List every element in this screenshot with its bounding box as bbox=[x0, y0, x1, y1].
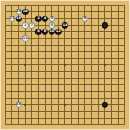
board-intersection[interactable]: 17 bbox=[9, 15, 16, 22]
board-intersection[interactable] bbox=[48, 42, 55, 49]
board-intersection[interactable] bbox=[35, 82, 42, 89]
board-intersection[interactable] bbox=[42, 101, 49, 108]
board-intersection[interactable] bbox=[108, 35, 115, 42]
board-intersection[interactable] bbox=[9, 75, 16, 82]
board-intersection[interactable] bbox=[2, 55, 9, 62]
board-intersection[interactable] bbox=[9, 2, 16, 9]
board-intersection[interactable] bbox=[121, 75, 128, 82]
board-intersection[interactable] bbox=[82, 121, 89, 128]
board-intersection[interactable] bbox=[82, 108, 89, 115]
board-intersection[interactable] bbox=[35, 95, 42, 102]
board-intersection[interactable] bbox=[95, 75, 102, 82]
board-intersection[interactable] bbox=[35, 88, 42, 95]
board-intersection[interactable] bbox=[48, 88, 55, 95]
board-intersection[interactable] bbox=[68, 95, 75, 102]
board-intersection[interactable] bbox=[15, 115, 22, 122]
board-intersection[interactable]: 18 bbox=[15, 15, 22, 22]
board-intersection[interactable] bbox=[115, 22, 122, 29]
board-intersection[interactable]: 6 bbox=[35, 29, 42, 36]
board-intersection[interactable] bbox=[75, 115, 82, 122]
board-intersection[interactable]: 11 bbox=[22, 35, 29, 42]
board-intersection[interactable] bbox=[101, 101, 108, 108]
board-intersection[interactable] bbox=[48, 75, 55, 82]
board-intersection[interactable] bbox=[88, 15, 95, 22]
board-intersection[interactable] bbox=[82, 101, 89, 108]
board-intersection[interactable] bbox=[108, 22, 115, 29]
board-intersection[interactable] bbox=[115, 75, 122, 82]
board-intersection[interactable] bbox=[55, 15, 62, 22]
board-intersection[interactable] bbox=[108, 55, 115, 62]
board-intersection[interactable] bbox=[88, 82, 95, 89]
board-intersection[interactable] bbox=[22, 101, 29, 108]
board-intersection[interactable] bbox=[101, 48, 108, 55]
board-intersection[interactable] bbox=[115, 95, 122, 102]
board-intersection[interactable] bbox=[15, 62, 22, 69]
board-intersection[interactable] bbox=[108, 48, 115, 55]
board-intersection[interactable] bbox=[35, 35, 42, 42]
board-intersection[interactable] bbox=[88, 62, 95, 69]
board-intersection[interactable] bbox=[22, 2, 29, 9]
board-intersection[interactable] bbox=[115, 101, 122, 108]
board-intersection[interactable] bbox=[62, 75, 69, 82]
board-intersection[interactable] bbox=[22, 82, 29, 89]
board-intersection[interactable] bbox=[115, 2, 122, 9]
board-intersection[interactable] bbox=[29, 95, 36, 102]
board-intersection[interactable] bbox=[68, 42, 75, 49]
board-intersection[interactable] bbox=[82, 82, 89, 89]
board-intersection[interactable] bbox=[48, 121, 55, 128]
board-intersection[interactable] bbox=[75, 22, 82, 29]
board-intersection[interactable] bbox=[2, 15, 9, 22]
board-intersection[interactable] bbox=[62, 121, 69, 128]
board-intersection[interactable] bbox=[15, 29, 22, 36]
board-intersection[interactable] bbox=[95, 9, 102, 16]
board-intersection[interactable] bbox=[82, 35, 89, 42]
board-intersection[interactable] bbox=[75, 2, 82, 9]
board-intersection[interactable] bbox=[121, 88, 128, 95]
board-intersection[interactable] bbox=[62, 9, 69, 16]
board-intersection[interactable]: 8 bbox=[42, 29, 49, 36]
board-intersection[interactable] bbox=[95, 48, 102, 55]
board-intersection[interactable] bbox=[115, 55, 122, 62]
board-intersection[interactable] bbox=[2, 35, 9, 42]
board-intersection[interactable] bbox=[101, 2, 108, 9]
board-intersection[interactable] bbox=[29, 101, 36, 108]
board-intersection[interactable] bbox=[68, 82, 75, 89]
board-intersection[interactable] bbox=[88, 55, 95, 62]
board-intersection[interactable] bbox=[2, 115, 9, 122]
board-intersection[interactable] bbox=[29, 15, 36, 22]
board-intersection[interactable] bbox=[68, 68, 75, 75]
board-intersection[interactable] bbox=[68, 22, 75, 29]
board-intersection[interactable]: 1 bbox=[22, 22, 29, 29]
board-intersection[interactable] bbox=[15, 75, 22, 82]
board-intersection[interactable] bbox=[42, 75, 49, 82]
board-intersection[interactable] bbox=[95, 101, 102, 108]
board-intersection[interactable] bbox=[55, 101, 62, 108]
board-intersection[interactable] bbox=[29, 42, 36, 49]
board-intersection[interactable] bbox=[68, 108, 75, 115]
board-intersection[interactable] bbox=[48, 9, 55, 16]
board-intersection[interactable] bbox=[62, 62, 69, 69]
board-intersection[interactable] bbox=[82, 62, 89, 69]
board-intersection[interactable] bbox=[42, 22, 49, 29]
board-intersection[interactable] bbox=[2, 29, 9, 36]
board-intersection[interactable] bbox=[48, 2, 55, 9]
board-intersection[interactable] bbox=[29, 88, 36, 95]
board-intersection[interactable] bbox=[82, 48, 89, 55]
board-intersection[interactable] bbox=[101, 22, 108, 29]
board-intersection[interactable] bbox=[9, 121, 16, 128]
board-intersection[interactable] bbox=[2, 101, 9, 108]
board-intersection[interactable] bbox=[88, 48, 95, 55]
board-intersection[interactable] bbox=[82, 88, 89, 95]
board-intersection[interactable] bbox=[88, 115, 95, 122]
board-intersection[interactable] bbox=[68, 101, 75, 108]
board-intersection[interactable] bbox=[121, 62, 128, 69]
board-intersection[interactable] bbox=[55, 88, 62, 95]
board-intersection[interactable] bbox=[42, 68, 49, 75]
board-intersection[interactable] bbox=[95, 2, 102, 9]
board-intersection[interactable] bbox=[75, 9, 82, 16]
board-intersection[interactable] bbox=[35, 108, 42, 115]
board-intersection[interactable] bbox=[48, 115, 55, 122]
board-intersection[interactable] bbox=[22, 55, 29, 62]
board-intersection[interactable] bbox=[75, 55, 82, 62]
board-intersection[interactable] bbox=[88, 95, 95, 102]
board-intersection[interactable] bbox=[62, 55, 69, 62]
board-intersection[interactable] bbox=[9, 115, 16, 122]
board-intersection[interactable] bbox=[68, 2, 75, 9]
board-intersection[interactable] bbox=[9, 101, 16, 108]
board-intersection[interactable] bbox=[68, 88, 75, 95]
board-intersection[interactable] bbox=[35, 42, 42, 49]
board-intersection[interactable] bbox=[29, 48, 36, 55]
board-intersection[interactable] bbox=[55, 22, 62, 29]
board-intersection[interactable] bbox=[108, 75, 115, 82]
board-intersection[interactable] bbox=[121, 121, 128, 128]
board-intersection[interactable] bbox=[95, 82, 102, 89]
board-intersection[interactable] bbox=[121, 82, 128, 89]
board-intersection[interactable] bbox=[42, 121, 49, 128]
board-intersection[interactable] bbox=[2, 108, 9, 115]
board-intersection[interactable] bbox=[62, 35, 69, 42]
board-intersection[interactable] bbox=[15, 121, 22, 128]
board-intersection[interactable] bbox=[29, 115, 36, 122]
board-intersection[interactable] bbox=[42, 42, 49, 49]
board-intersection[interactable] bbox=[29, 55, 36, 62]
board-intersection[interactable] bbox=[88, 9, 95, 16]
board-intersection[interactable]: 12 bbox=[55, 29, 62, 36]
board-intersection[interactable] bbox=[22, 108, 29, 115]
board-intersection[interactable] bbox=[68, 121, 75, 128]
board-intersection[interactable] bbox=[88, 35, 95, 42]
board-intersection[interactable] bbox=[35, 48, 42, 55]
board-intersection[interactable] bbox=[22, 75, 29, 82]
board-intersection[interactable] bbox=[101, 115, 108, 122]
board-intersection[interactable] bbox=[42, 55, 49, 62]
board-intersection[interactable] bbox=[121, 108, 128, 115]
board-intersection[interactable] bbox=[9, 62, 16, 69]
board-intersection[interactable] bbox=[88, 75, 95, 82]
board-intersection[interactable] bbox=[22, 88, 29, 95]
board-intersection[interactable] bbox=[108, 15, 115, 22]
board-intersection[interactable] bbox=[55, 42, 62, 49]
board-intersection[interactable] bbox=[68, 48, 75, 55]
board-intersection[interactable] bbox=[101, 55, 108, 62]
board-intersection[interactable]: 3 bbox=[48, 15, 55, 22]
board-intersection[interactable] bbox=[68, 9, 75, 16]
board-intersection[interactable] bbox=[9, 9, 16, 16]
board-intersection[interactable] bbox=[108, 101, 115, 108]
board-intersection[interactable] bbox=[88, 29, 95, 36]
board-intersection[interactable] bbox=[55, 9, 62, 16]
board-intersection[interactable] bbox=[121, 22, 128, 29]
board-intersection[interactable] bbox=[55, 62, 62, 69]
board-intersection[interactable] bbox=[35, 68, 42, 75]
board-intersection[interactable] bbox=[15, 55, 22, 62]
board-intersection[interactable] bbox=[35, 9, 42, 16]
board-intersection[interactable] bbox=[42, 2, 49, 9]
board-intersection[interactable] bbox=[35, 22, 42, 29]
board-intersection[interactable] bbox=[9, 29, 16, 36]
board-intersection[interactable] bbox=[22, 68, 29, 75]
board-intersection[interactable] bbox=[55, 48, 62, 55]
board-intersection[interactable] bbox=[62, 115, 69, 122]
board-intersection[interactable]: 4 bbox=[42, 15, 49, 22]
board-intersection[interactable] bbox=[9, 48, 16, 55]
board-intersection[interactable] bbox=[62, 42, 69, 49]
board-intersection[interactable] bbox=[2, 48, 9, 55]
board-intersection[interactable] bbox=[88, 22, 95, 29]
board-intersection[interactable] bbox=[9, 42, 16, 49]
board-intersection[interactable] bbox=[35, 75, 42, 82]
board-intersection[interactable] bbox=[75, 121, 82, 128]
board-intersection[interactable] bbox=[88, 2, 95, 9]
board-intersection[interactable] bbox=[95, 42, 102, 49]
board-intersection[interactable] bbox=[121, 101, 128, 108]
board-intersection[interactable] bbox=[55, 75, 62, 82]
board-intersection[interactable] bbox=[29, 2, 36, 9]
board-intersection[interactable] bbox=[48, 95, 55, 102]
board-intersection[interactable] bbox=[29, 82, 36, 89]
board-intersection[interactable] bbox=[95, 62, 102, 69]
board-intersection[interactable] bbox=[82, 29, 89, 36]
board-intersection[interactable] bbox=[29, 35, 36, 42]
board-intersection[interactable] bbox=[68, 62, 75, 69]
board-intersection[interactable] bbox=[68, 115, 75, 122]
board-intersection[interactable] bbox=[9, 22, 16, 29]
board-intersection[interactable] bbox=[15, 2, 22, 9]
board-intersection[interactable] bbox=[88, 88, 95, 95]
board-intersection[interactable] bbox=[88, 101, 95, 108]
board-intersection[interactable] bbox=[108, 115, 115, 122]
board-intersection[interactable]: 16 bbox=[22, 9, 29, 16]
board-intersection[interactable] bbox=[95, 88, 102, 95]
board-intersection[interactable] bbox=[121, 55, 128, 62]
board-intersection[interactable] bbox=[29, 108, 36, 115]
board-intersection[interactable] bbox=[48, 62, 55, 69]
board-intersection[interactable] bbox=[95, 15, 102, 22]
board-intersection[interactable] bbox=[95, 29, 102, 36]
board-intersection[interactable] bbox=[82, 2, 89, 9]
board-intersection[interactable] bbox=[95, 115, 102, 122]
board-intersection[interactable] bbox=[22, 42, 29, 49]
board-intersection[interactable] bbox=[9, 88, 16, 95]
board-intersection[interactable] bbox=[42, 88, 49, 95]
board-intersection[interactable] bbox=[108, 29, 115, 36]
board-intersection[interactable] bbox=[121, 42, 128, 49]
board-intersection[interactable]: 5 bbox=[48, 22, 55, 29]
board-intersection[interactable] bbox=[121, 2, 128, 9]
board-intersection[interactable] bbox=[115, 35, 122, 42]
board-intersection[interactable] bbox=[108, 42, 115, 49]
board-intersection[interactable] bbox=[101, 75, 108, 82]
board-intersection[interactable] bbox=[95, 22, 102, 29]
board-intersection[interactable] bbox=[82, 115, 89, 122]
board-intersection[interactable] bbox=[121, 29, 128, 36]
board-intersection[interactable]: 2 bbox=[35, 15, 42, 22]
board-intersection[interactable] bbox=[115, 42, 122, 49]
board-intersection[interactable] bbox=[15, 22, 22, 29]
board-intersection[interactable] bbox=[75, 82, 82, 89]
board-intersection[interactable] bbox=[68, 55, 75, 62]
board-intersection[interactable] bbox=[115, 68, 122, 75]
board-intersection[interactable] bbox=[75, 101, 82, 108]
board-intersection[interactable] bbox=[121, 95, 128, 102]
board-intersection[interactable] bbox=[115, 115, 122, 122]
board-intersection[interactable] bbox=[29, 9, 36, 16]
board-intersection[interactable] bbox=[101, 68, 108, 75]
board-intersection[interactable] bbox=[115, 62, 122, 69]
board-intersection[interactable] bbox=[42, 95, 49, 102]
board-intersection[interactable] bbox=[101, 42, 108, 49]
board-intersection[interactable] bbox=[108, 2, 115, 9]
board-intersection[interactable] bbox=[22, 115, 29, 122]
board-intersection[interactable] bbox=[55, 95, 62, 102]
board-intersection[interactable] bbox=[101, 121, 108, 128]
board-intersection[interactable] bbox=[108, 9, 115, 16]
board-intersection[interactable] bbox=[55, 82, 62, 89]
board-intersection[interactable] bbox=[62, 15, 69, 22]
board-intersection[interactable] bbox=[101, 82, 108, 89]
board-intersection[interactable] bbox=[48, 35, 55, 42]
board-intersection[interactable] bbox=[2, 121, 9, 128]
board-intersection[interactable] bbox=[108, 95, 115, 102]
board-intersection[interactable] bbox=[22, 62, 29, 69]
board-intersection[interactable] bbox=[88, 42, 95, 49]
board-intersection[interactable] bbox=[75, 68, 82, 75]
board-intersection[interactable] bbox=[15, 108, 22, 115]
board-intersection[interactable] bbox=[9, 35, 16, 42]
board-intersection[interactable] bbox=[62, 48, 69, 55]
board-intersection[interactable] bbox=[55, 108, 62, 115]
board-intersection[interactable] bbox=[42, 9, 49, 16]
board-intersection[interactable]: 13 bbox=[15, 101, 22, 108]
board-intersection[interactable] bbox=[62, 68, 69, 75]
board-intersection[interactable]: 9 bbox=[82, 15, 89, 22]
board-intersection[interactable] bbox=[55, 55, 62, 62]
board-intersection[interactable] bbox=[101, 95, 108, 102]
board-intersection[interactable] bbox=[115, 88, 122, 95]
board-intersection[interactable] bbox=[108, 82, 115, 89]
board-intersection[interactable] bbox=[15, 42, 22, 49]
board-intersection[interactable] bbox=[101, 35, 108, 42]
board-intersection[interactable] bbox=[48, 55, 55, 62]
board-intersection[interactable] bbox=[29, 68, 36, 75]
board-intersection[interactable]: 15 bbox=[15, 9, 22, 16]
board-intersection[interactable] bbox=[101, 62, 108, 69]
board-intersection[interactable] bbox=[82, 9, 89, 16]
board-intersection[interactable] bbox=[101, 108, 108, 115]
board-intersection[interactable] bbox=[35, 101, 42, 108]
board-intersection[interactable] bbox=[121, 115, 128, 122]
board-intersection[interactable] bbox=[68, 75, 75, 82]
board-intersection[interactable] bbox=[121, 35, 128, 42]
board-intersection[interactable] bbox=[75, 48, 82, 55]
board-intersection[interactable] bbox=[115, 121, 122, 128]
board-intersection[interactable] bbox=[108, 108, 115, 115]
board-intersection[interactable] bbox=[9, 108, 16, 115]
board-intersection[interactable] bbox=[95, 55, 102, 62]
board-intersection[interactable] bbox=[115, 9, 122, 16]
board-intersection[interactable] bbox=[2, 82, 9, 89]
board-intersection[interactable] bbox=[29, 121, 36, 128]
board-intersection[interactable] bbox=[115, 29, 122, 36]
board-intersection[interactable] bbox=[2, 88, 9, 95]
board-intersection[interactable] bbox=[95, 35, 102, 42]
board-intersection[interactable] bbox=[75, 29, 82, 36]
board-intersection[interactable] bbox=[48, 48, 55, 55]
board-intersection[interactable] bbox=[75, 62, 82, 69]
board-intersection[interactable] bbox=[55, 2, 62, 9]
board-intersection[interactable] bbox=[82, 42, 89, 49]
board-intersection[interactable] bbox=[15, 88, 22, 95]
board-intersection[interactable] bbox=[62, 29, 69, 36]
board-intersection[interactable] bbox=[82, 68, 89, 75]
board-intersection[interactable] bbox=[82, 55, 89, 62]
board-intersection[interactable] bbox=[101, 9, 108, 16]
board-intersection[interactable] bbox=[75, 35, 82, 42]
board-intersection[interactable] bbox=[15, 95, 22, 102]
board-intersection[interactable] bbox=[22, 29, 29, 36]
board-intersection[interactable]: 10 bbox=[48, 29, 55, 36]
board-intersection[interactable] bbox=[9, 55, 16, 62]
board-intersection[interactable] bbox=[88, 108, 95, 115]
board-intersection[interactable] bbox=[2, 9, 9, 16]
board-intersection[interactable] bbox=[82, 75, 89, 82]
board-intersection[interactable] bbox=[55, 68, 62, 75]
board-intersection[interactable] bbox=[22, 95, 29, 102]
board-intersection[interactable]: 14 bbox=[62, 22, 69, 29]
board-intersection[interactable] bbox=[95, 68, 102, 75]
board-intersection[interactable] bbox=[108, 62, 115, 69]
board-intersection[interactable] bbox=[62, 95, 69, 102]
board-intersection[interactable] bbox=[82, 22, 89, 29]
board-intersection[interactable] bbox=[35, 115, 42, 122]
board-intersection[interactable] bbox=[2, 75, 9, 82]
board-intersection[interactable] bbox=[48, 82, 55, 89]
board-intersection[interactable] bbox=[121, 9, 128, 16]
board-intersection[interactable] bbox=[115, 82, 122, 89]
board-intersection[interactable] bbox=[42, 62, 49, 69]
board-intersection[interactable] bbox=[75, 108, 82, 115]
board-intersection[interactable] bbox=[121, 68, 128, 75]
board-intersection[interactable] bbox=[15, 35, 22, 42]
board-intersection[interactable] bbox=[62, 108, 69, 115]
board-intersection[interactable] bbox=[55, 115, 62, 122]
board-intersection[interactable] bbox=[68, 15, 75, 22]
